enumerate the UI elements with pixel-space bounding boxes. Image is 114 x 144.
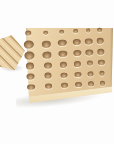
pit-depression: [27, 84, 35, 90]
pit-r6c5[interactable]: [85, 79, 98, 90]
pit-r1c6[interactable]: [94, 24, 106, 36]
pit-depression: [58, 50, 67, 57]
pit-depression: [45, 83, 52, 89]
pit-depression: [24, 52, 34, 60]
pit-depression: [85, 38, 93, 44]
pit-r4c6[interactable]: [96, 57, 108, 68]
pit-r6c4[interactable]: [72, 79, 86, 90]
pit-r3c6[interactable]: [95, 46, 107, 58]
pit-r5c4[interactable]: [71, 69, 85, 80]
pit-depression: [74, 61, 81, 67]
pit-depression: [61, 83, 68, 88]
pit-depression: [26, 63, 35, 70]
pit-r6c1[interactable]: [22, 82, 40, 93]
pit-depression: [75, 72, 82, 77]
pit-depression: [86, 28, 91, 32]
pit-depression: [99, 71, 105, 76]
pit-depression: [25, 31, 31, 36]
pit-r1c4[interactable]: [69, 25, 83, 37]
pit-depression: [85, 49, 93, 55]
pit-depression: [58, 39, 67, 46]
pit-r6c6[interactable]: [97, 78, 109, 89]
pit-depression: [98, 60, 105, 65]
pit-depression: [75, 82, 81, 87]
pit-depression: [72, 39, 80, 46]
pit-depression: [73, 29, 78, 33]
pit-depression: [97, 38, 104, 44]
pit-r4c4[interactable]: [71, 58, 85, 69]
pit-depression: [59, 29, 65, 34]
pit-depression: [43, 62, 51, 69]
pit-r4c5[interactable]: [84, 58, 97, 69]
pit-depression: [73, 50, 81, 57]
pit-r3c5[interactable]: [83, 47, 96, 59]
pit-r2c6[interactable]: [94, 35, 106, 47]
pit-depression: [97, 49, 104, 55]
pit-r1c5[interactable]: [82, 24, 95, 36]
pit-depression: [87, 71, 93, 76]
pit-r6c2[interactable]: [40, 81, 58, 92]
pit-r6c3[interactable]: [57, 80, 73, 91]
pit-r3c4[interactable]: [70, 47, 84, 59]
pit-depression: [44, 73, 52, 79]
pit-r5c6[interactable]: [96, 67, 108, 78]
pit-depression: [60, 61, 68, 67]
pit-depression: [43, 30, 49, 35]
pit-depression: [42, 51, 51, 58]
pit-r1c2[interactable]: [37, 26, 55, 38]
pit-depression: [100, 81, 106, 86]
pit-r5c5[interactable]: [84, 68, 97, 79]
pit-depression: [24, 41, 34, 49]
pit-grid: [19, 24, 108, 93]
pit-depression: [97, 28, 102, 32]
pit-r3c3[interactable]: [55, 48, 71, 60]
pit-depression: [88, 81, 94, 86]
pit-r2c3[interactable]: [55, 37, 71, 49]
pit-r1c3[interactable]: [54, 25, 70, 37]
pit-depression: [26, 74, 34, 80]
pit-depression: [60, 72, 67, 78]
pit-r2c5[interactable]: [82, 36, 95, 48]
photo-stage: [0, 0, 114, 144]
pit-depression: [86, 60, 93, 65]
pit-r2c4[interactable]: [70, 36, 84, 48]
pit-depression: [42, 40, 51, 47]
pit-r1c1[interactable]: [19, 27, 38, 39]
